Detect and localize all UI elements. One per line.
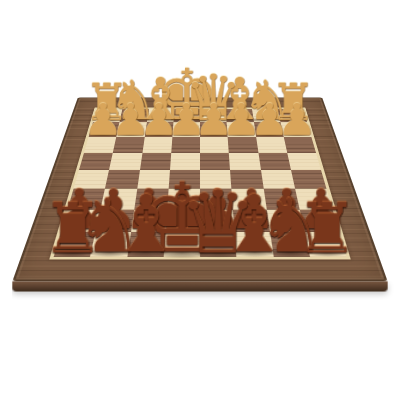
square-f3 xyxy=(142,137,172,153)
square-h4 xyxy=(79,153,113,170)
square-d4 xyxy=(200,153,230,170)
square-b5 xyxy=(261,170,295,189)
square-a3 xyxy=(284,137,316,153)
board-squares xyxy=(49,107,350,259)
square-e4 xyxy=(170,153,200,170)
piece-shadow xyxy=(131,225,166,231)
square-h5 xyxy=(74,170,110,189)
square-d5 xyxy=(200,170,232,189)
square-h8 xyxy=(54,232,96,257)
square-g5 xyxy=(105,170,139,189)
square-h3 xyxy=(84,137,116,153)
board-front-edge xyxy=(12,281,387,291)
square-f8 xyxy=(127,232,165,257)
square-a8 xyxy=(304,232,346,257)
piece-shadow xyxy=(96,225,131,231)
square-a4 xyxy=(287,153,321,170)
square-e5 xyxy=(168,170,200,189)
square-c4 xyxy=(229,153,261,170)
square-g8 xyxy=(90,232,130,257)
piece-shadow xyxy=(166,225,200,231)
piece-shadow xyxy=(235,225,270,231)
square-b4 xyxy=(258,153,291,170)
square-e2 xyxy=(172,122,200,137)
square-f6 xyxy=(134,189,169,210)
square-d6 xyxy=(200,189,233,210)
square-g2 xyxy=(116,122,146,137)
square-h2 xyxy=(89,122,120,137)
square-g6 xyxy=(101,189,137,210)
piece-shadow xyxy=(269,225,304,231)
square-f4 xyxy=(140,153,172,170)
square-a5 xyxy=(291,170,327,189)
square-c5 xyxy=(230,170,263,189)
chess-set-photo: ♜♞♝♚♛♝♞♜♟♟♟♟♟♟♟♟♟♟♟♟♟♟♟♟♜♞♝♚♛♝♞♜ xyxy=(0,0,400,400)
square-c2 xyxy=(227,122,256,137)
square-b6 xyxy=(263,189,299,210)
square-d8 xyxy=(200,232,237,257)
square-a2 xyxy=(280,122,311,137)
square-c6 xyxy=(232,189,267,210)
square-e3 xyxy=(171,137,200,153)
square-b3 xyxy=(256,137,287,153)
square-d3 xyxy=(200,137,229,153)
piece-shadow xyxy=(303,225,339,231)
square-d2 xyxy=(200,122,228,137)
piece-shadow xyxy=(277,118,310,123)
piece-shadow xyxy=(61,225,97,231)
square-g3 xyxy=(113,137,144,153)
square-b8 xyxy=(270,232,310,257)
square-a6 xyxy=(295,189,333,210)
square-c3 xyxy=(228,137,258,153)
square-e8 xyxy=(163,232,200,257)
piece-shadow xyxy=(304,248,349,256)
square-g4 xyxy=(109,153,142,170)
chess-board: ♜♞♝♚♛♝♞♜♟♟♟♟♟♟♟♟♟♟♟♟♟♟♟♟♜♞♝♚♛♝♞♜ xyxy=(12,98,387,282)
square-e6 xyxy=(167,189,200,210)
square-b2 xyxy=(254,122,284,137)
square-f5 xyxy=(137,170,170,189)
square-c8 xyxy=(235,232,273,257)
square-h6 xyxy=(68,189,106,210)
square-f2 xyxy=(144,122,173,137)
piece-shadow xyxy=(200,225,234,231)
